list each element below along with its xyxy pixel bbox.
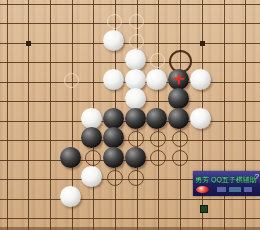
toolbar-glyph [244,187,252,192]
white-stone [125,88,146,109]
toolbar-glyph [217,187,226,192]
black-stone [81,127,102,148]
faint-ring-marker[interactable] [107,14,122,29]
white-stone [146,69,167,90]
white-stone [60,186,81,207]
toolbar-glyph [229,187,241,192]
faint-ring-marker[interactable] [129,34,144,49]
record-button-icon[interactable] [196,186,209,193]
star-point [200,41,205,46]
grid-hline [0,218,260,219]
black-stone [103,147,124,168]
grid-hline [0,199,260,200]
help-label[interactable]: ? [255,171,259,183]
grid-vline [28,0,29,230]
black-stone [103,127,124,148]
black-stone [125,147,146,168]
white-stone [103,69,124,90]
assistant-title: 勇芳 QQ五子棋辅助 [193,176,257,183]
dark-ring-marker[interactable] [150,131,166,147]
grid-vline [7,0,8,230]
white-stone [103,30,124,51]
white-stone [81,166,102,187]
dark-ring-marker[interactable] [172,131,188,147]
white-stone [125,49,146,70]
faint-ring-marker[interactable] [129,14,144,29]
white-stone [190,108,211,129]
dark-ring-marker[interactable] [128,131,144,147]
dark-ring-marker[interactable] [128,170,144,186]
dark-ring-marker[interactable] [172,150,188,166]
black-stone [125,108,146,129]
black-stone [168,88,189,109]
star-point [26,41,31,46]
white-stone [125,69,146,90]
grid-hline [0,4,260,5]
dark-ring-marker[interactable] [85,150,101,166]
black-stone [103,108,124,129]
grid-vline [50,0,51,230]
dark-ring-marker[interactable] [107,170,123,186]
gomoku-board[interactable]: 勇芳 QQ五子棋辅助 ? [0,0,260,230]
faint-ring-marker[interactable] [150,53,165,68]
assistant-overlay-banner[interactable]: 勇芳 QQ五子棋辅助 ? [193,171,260,196]
assistant-title-bar: 勇芳 QQ五子棋辅助 ? [193,171,260,183]
dark-ring-marker[interactable] [150,150,166,166]
faint-ring-marker[interactable] [64,73,79,88]
black-stone [146,108,167,129]
overlay-tray-dot [200,205,208,213]
black-stone-last-move [168,69,189,90]
assistant-toolbar [193,183,260,196]
black-stone [168,108,189,129]
white-stone [81,108,102,129]
black-stone [60,147,81,168]
white-stone [190,69,211,90]
